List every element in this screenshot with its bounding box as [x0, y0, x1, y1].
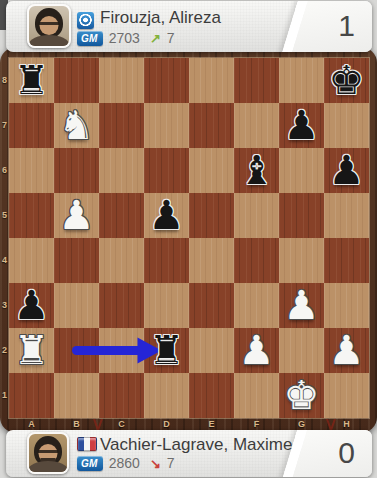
rating-change-bottom: 7: [167, 455, 175, 471]
piece-black-king-h8[interactable]: ♚: [324, 58, 369, 103]
square-c8[interactable]: [99, 58, 144, 103]
rating-bottom: 2860: [109, 455, 140, 471]
square-e7[interactable]: [189, 103, 234, 148]
square-f8[interactable]: [234, 58, 279, 103]
score-bottom: 0: [338, 436, 355, 470]
avatar-vachier-lagrave: [27, 432, 69, 474]
square-a1[interactable]: [9, 373, 54, 418]
square-g2[interactable]: [279, 328, 324, 373]
square-e6[interactable]: [189, 148, 234, 193]
piece-white-pawn-b5[interactable]: ♟: [54, 193, 99, 238]
rating-top: 2703: [109, 30, 140, 46]
square-a4[interactable]: [9, 238, 54, 283]
piece-black-pawn-h6[interactable]: ♟: [324, 148, 369, 193]
square-d7[interactable]: [144, 103, 189, 148]
square-f4[interactable]: [234, 238, 279, 283]
square-h5[interactable]: [324, 193, 369, 238]
square-h7[interactable]: [324, 103, 369, 148]
square-e2[interactable]: [189, 328, 234, 373]
square-b2[interactable]: [54, 328, 99, 373]
chess-board: ♜♚♞♟♝♟♟♟♟♟♜♜♟♟♚ 87654321 ABCDEFGH: [0, 47, 377, 433]
piece-white-pawn-h2[interactable]: ♟: [324, 328, 369, 373]
square-b6[interactable]: [54, 148, 99, 193]
rank-label-4: 4: [0, 238, 9, 283]
broadcast-board-widget: ♜♚♞♟♝♟♟♟♟♟♜♜♟♟♚ 87654321 ABCDEFGH Firouz…: [0, 0, 377, 478]
square-f5[interactable]: [234, 193, 279, 238]
title-badge-bottom: GM: [77, 456, 103, 471]
rating-change-top: 7: [167, 30, 175, 46]
piece-white-knight-b7[interactable]: ♞: [54, 103, 99, 148]
avatar-firouzja: [27, 4, 71, 48]
square-c7[interactable]: [99, 103, 144, 148]
square-d1[interactable]: [144, 373, 189, 418]
square-b1[interactable]: [54, 373, 99, 418]
square-f7[interactable]: [234, 103, 279, 148]
title-badge-top: GM: [77, 31, 103, 46]
piece-white-king-g1[interactable]: ♚: [279, 373, 324, 418]
player-bar-top: Firouzja, Alireza GM 2703 ↗7 1: [6, 1, 372, 52]
square-c1[interactable]: [99, 373, 144, 418]
player-name-top: Firouzja, Alireza: [100, 8, 221, 28]
rating-up-arrow-icon: ↗: [150, 31, 161, 46]
square-c2[interactable]: [99, 328, 144, 373]
player-name-bottom: Vachier-Lagrave, Maxime: [100, 435, 292, 455]
square-b3[interactable]: [54, 283, 99, 328]
piece-black-rook-d2[interactable]: ♜: [144, 328, 189, 373]
score-top: 1: [338, 9, 355, 43]
square-h3[interactable]: [324, 283, 369, 328]
fide-flag-icon: [77, 12, 94, 29]
square-c3[interactable]: [99, 283, 144, 328]
square-d3[interactable]: [144, 283, 189, 328]
square-a6[interactable]: [9, 148, 54, 193]
square-c5[interactable]: [99, 193, 144, 238]
rank-label-6: 6: [0, 148, 9, 193]
score-wedge: [281, 1, 372, 52]
piece-black-rook-a8[interactable]: ♜: [9, 58, 54, 103]
piece-black-pawn-a3[interactable]: ♟: [9, 283, 54, 328]
score-wedge: [282, 430, 372, 477]
piece-white-pawn-g3[interactable]: ♟: [279, 283, 324, 328]
piece-white-pawn-f2[interactable]: ♟: [234, 328, 279, 373]
square-b8[interactable]: [54, 58, 99, 103]
square-g8[interactable]: [279, 58, 324, 103]
piece-white-rook-a2[interactable]: ♜: [9, 328, 54, 373]
square-c6[interactable]: [99, 148, 144, 193]
rank-label-1: 1: [0, 373, 9, 418]
piece-black-pawn-g7[interactable]: ♟: [279, 103, 324, 148]
rank-label-2: 2: [0, 328, 9, 373]
square-f3[interactable]: [234, 283, 279, 328]
square-e1[interactable]: [189, 373, 234, 418]
player-bar-bottom: Vachier-Lagrave, Maxime GM 2860 ↘7 0: [6, 430, 372, 477]
square-a7[interactable]: [9, 103, 54, 148]
square-f1[interactable]: [234, 373, 279, 418]
square-e8[interactable]: [189, 58, 234, 103]
piece-black-pawn-d5[interactable]: ♟: [144, 193, 189, 238]
rating-down-arrow-icon: ↘: [150, 456, 161, 471]
square-d6[interactable]: [144, 148, 189, 193]
square-a5[interactable]: [9, 193, 54, 238]
rank-label-5: 5: [0, 193, 9, 238]
board-grid: ♜♚♞♟♝♟♟♟♟♟♜♜♟♟♚: [9, 58, 369, 418]
square-g5[interactable]: [279, 193, 324, 238]
square-e5[interactable]: [189, 193, 234, 238]
square-d4[interactable]: [144, 238, 189, 283]
rank-label-7: 7: [0, 103, 9, 148]
square-b4[interactable]: [54, 238, 99, 283]
rank-label-3: 3: [0, 283, 9, 328]
rank-label-8: 8: [0, 58, 9, 103]
square-e4[interactable]: [189, 238, 234, 283]
france-flag-icon: [77, 437, 97, 451]
square-c4[interactable]: [99, 238, 144, 283]
square-g6[interactable]: [279, 148, 324, 193]
square-h1[interactable]: [324, 373, 369, 418]
square-g4[interactable]: [279, 238, 324, 283]
piece-black-bishop-f6[interactable]: ♝: [234, 148, 279, 193]
square-d8[interactable]: [144, 58, 189, 103]
square-e3[interactable]: [189, 283, 234, 328]
square-h4[interactable]: [324, 238, 369, 283]
